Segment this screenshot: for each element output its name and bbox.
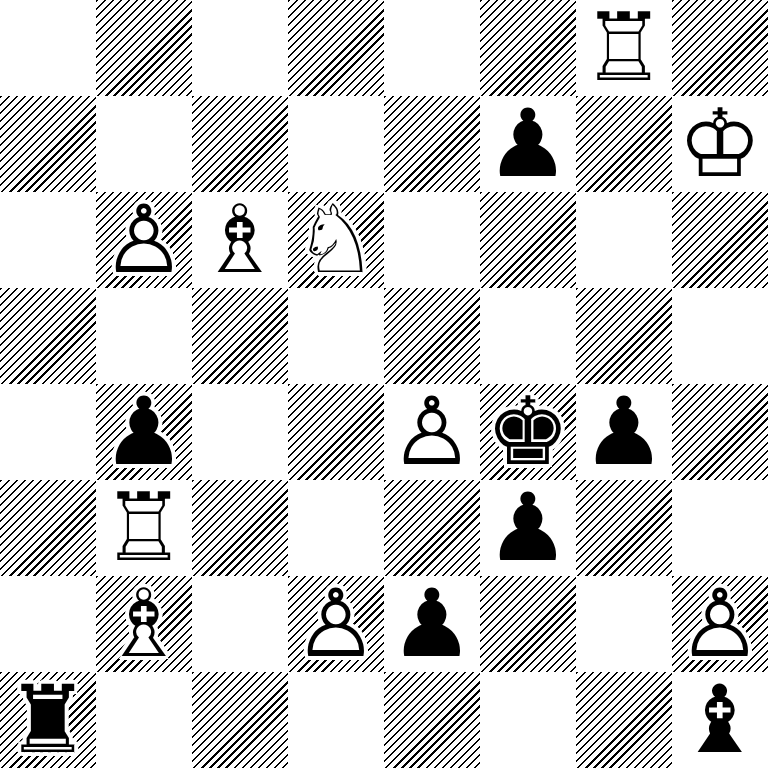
black-pawn[interactable]: ♟♟ (96, 384, 192, 480)
square-h8[interactable] (672, 0, 768, 96)
square-e2[interactable]: ♟♟ (384, 576, 480, 672)
square-e1[interactable] (384, 672, 480, 768)
white-bishop-icon: ♗ (192, 192, 288, 288)
square-d3[interactable] (288, 480, 384, 576)
square-a6[interactable] (0, 192, 96, 288)
square-f8[interactable] (480, 0, 576, 96)
black-pawn-icon: ♟ (480, 480, 576, 576)
white-bishop[interactable]: ♝♗ (192, 192, 288, 288)
square-e7[interactable] (384, 96, 480, 192)
square-b6[interactable]: ♟♙ (96, 192, 192, 288)
square-g1[interactable] (576, 672, 672, 768)
white-king[interactable]: ♚♔ (672, 96, 768, 192)
white-bishop[interactable]: ♝♗ (96, 576, 192, 672)
square-e8[interactable] (384, 0, 480, 96)
square-a2[interactable] (0, 576, 96, 672)
square-a4[interactable] (0, 384, 96, 480)
square-d8[interactable] (288, 0, 384, 96)
black-rook[interactable]: ♜♜ (0, 672, 96, 768)
black-king[interactable]: ♚♚ (480, 384, 576, 480)
square-b3[interactable]: ♜♖ (96, 480, 192, 576)
square-c3[interactable] (192, 480, 288, 576)
square-b8[interactable] (96, 0, 192, 96)
square-c8[interactable] (192, 0, 288, 96)
black-pawn-icon: ♟ (576, 384, 672, 480)
white-knight-icon: ♘ (288, 192, 384, 288)
black-bishop-icon: ♝ (672, 672, 768, 768)
white-pawn-icon: ♙ (288, 576, 384, 672)
white-bishop-icon: ♗ (96, 576, 192, 672)
white-rook[interactable]: ♜♖ (576, 0, 672, 96)
black-pawn-icon: ♟ (96, 384, 192, 480)
square-b5[interactable] (96, 288, 192, 384)
square-c5[interactable] (192, 288, 288, 384)
square-f6[interactable] (480, 192, 576, 288)
black-rook-icon: ♜ (0, 672, 96, 768)
square-c4[interactable] (192, 384, 288, 480)
square-a5[interactable] (0, 288, 96, 384)
square-a8[interactable] (0, 0, 96, 96)
square-d5[interactable] (288, 288, 384, 384)
square-h2[interactable]: ♟♙ (672, 576, 768, 672)
square-a1[interactable]: ♜♜ (0, 672, 96, 768)
square-g8[interactable]: ♜♖ (576, 0, 672, 96)
square-h7[interactable]: ♚♔ (672, 96, 768, 192)
square-g2[interactable] (576, 576, 672, 672)
square-h6[interactable] (672, 192, 768, 288)
square-d4[interactable] (288, 384, 384, 480)
square-d6[interactable]: ♞♘ (288, 192, 384, 288)
square-f7[interactable]: ♟♟ (480, 96, 576, 192)
square-a3[interactable] (0, 480, 96, 576)
black-pawn[interactable]: ♟♟ (480, 480, 576, 576)
white-pawn[interactable]: ♟♙ (672, 576, 768, 672)
square-e6[interactable] (384, 192, 480, 288)
square-c2[interactable] (192, 576, 288, 672)
black-bishop[interactable]: ♝♝ (672, 672, 768, 768)
square-g3[interactable] (576, 480, 672, 576)
square-c7[interactable] (192, 96, 288, 192)
square-d7[interactable] (288, 96, 384, 192)
white-pawn[interactable]: ♟♙ (384, 384, 480, 480)
square-g4[interactable]: ♟♟ (576, 384, 672, 480)
chess-board: ♜♖♟♟♚♔♟♙♝♗♞♘♟♟♟♙♚♚♟♟♜♖♟♟♝♗♟♙♟♟♟♙♜♜♝♝ (0, 0, 768, 768)
white-pawn-icon: ♙ (672, 576, 768, 672)
square-e3[interactable] (384, 480, 480, 576)
white-rook[interactable]: ♜♖ (96, 480, 192, 576)
square-h4[interactable] (672, 384, 768, 480)
black-pawn[interactable]: ♟♟ (480, 96, 576, 192)
black-pawn[interactable]: ♟♟ (576, 384, 672, 480)
black-pawn[interactable]: ♟♟ (384, 576, 480, 672)
square-c6[interactable]: ♝♗ (192, 192, 288, 288)
white-king-icon: ♔ (672, 96, 768, 192)
square-e4[interactable]: ♟♙ (384, 384, 480, 480)
white-pawn-icon: ♙ (384, 384, 480, 480)
black-king-icon: ♚ (480, 384, 576, 480)
white-pawn[interactable]: ♟♙ (96, 192, 192, 288)
square-d1[interactable] (288, 672, 384, 768)
black-pawn-icon: ♟ (480, 96, 576, 192)
square-b1[interactable] (96, 672, 192, 768)
square-b4[interactable]: ♟♟ (96, 384, 192, 480)
square-b7[interactable] (96, 96, 192, 192)
white-pawn[interactable]: ♟♙ (288, 576, 384, 672)
square-g5[interactable] (576, 288, 672, 384)
square-a7[interactable] (0, 96, 96, 192)
square-f1[interactable] (480, 672, 576, 768)
white-rook-icon: ♖ (96, 480, 192, 576)
white-pawn-icon: ♙ (96, 192, 192, 288)
square-f2[interactable] (480, 576, 576, 672)
square-e5[interactable] (384, 288, 480, 384)
square-b2[interactable]: ♝♗ (96, 576, 192, 672)
black-pawn-icon: ♟ (384, 576, 480, 672)
square-h3[interactable] (672, 480, 768, 576)
square-d2[interactable]: ♟♙ (288, 576, 384, 672)
white-rook-icon: ♖ (576, 0, 672, 96)
square-f5[interactable] (480, 288, 576, 384)
square-g7[interactable] (576, 96, 672, 192)
square-f3[interactable]: ♟♟ (480, 480, 576, 576)
square-f4[interactable]: ♚♚ (480, 384, 576, 480)
square-c1[interactable] (192, 672, 288, 768)
white-knight[interactable]: ♞♘ (288, 192, 384, 288)
square-h1[interactable]: ♝♝ (672, 672, 768, 768)
square-g6[interactable] (576, 192, 672, 288)
square-h5[interactable] (672, 288, 768, 384)
